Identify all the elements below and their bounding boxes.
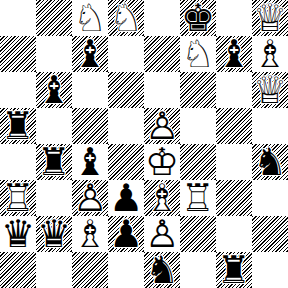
square-g1[interactable]: ♜♜ xyxy=(216,252,252,288)
square-b1[interactable] xyxy=(36,252,72,288)
square-e8[interactable] xyxy=(144,0,180,36)
piece-white-underlay: ♚ xyxy=(180,0,216,36)
piece-glyph: ♔ xyxy=(144,144,180,180)
piece-glyph: ♛ xyxy=(36,216,72,252)
square-h6[interactable]: ♛♕ xyxy=(252,72,288,108)
piece-white-king-e4[interactable]: ♚♔ xyxy=(144,144,180,180)
square-a3[interactable]: ♜♖ xyxy=(0,180,36,216)
square-e1[interactable]: ♞♞ xyxy=(144,252,180,288)
square-a5[interactable]: ♜♜ xyxy=(0,108,36,144)
piece-white-underlay: ♞ xyxy=(108,0,144,36)
piece-white-underlay: ♝ xyxy=(144,180,180,216)
square-c6[interactable] xyxy=(72,72,108,108)
piece-white-underlay: ♟ xyxy=(144,216,180,252)
piece-black-bishop-b6[interactable]: ♝♝ xyxy=(36,72,72,108)
square-c3[interactable]: ♟♙ xyxy=(72,180,108,216)
square-f1[interactable] xyxy=(180,252,216,288)
piece-white-underlay: ♝ xyxy=(36,72,72,108)
square-a1[interactable] xyxy=(0,252,36,288)
square-e3[interactable]: ♝♗ xyxy=(144,180,180,216)
piece-glyph: ♗ xyxy=(72,216,108,252)
piece-glyph: ♜ xyxy=(216,252,252,288)
square-f5[interactable] xyxy=(180,108,216,144)
square-b4[interactable]: ♜♜ xyxy=(36,144,72,180)
piece-glyph: ♝ xyxy=(36,72,72,108)
piece-white-underlay: ♚ xyxy=(144,144,180,180)
piece-white-underlay: ♞ xyxy=(144,252,180,288)
square-h1[interactable] xyxy=(252,252,288,288)
square-g5[interactable] xyxy=(216,108,252,144)
piece-black-bishop-c7[interactable]: ♝♝ xyxy=(72,36,108,72)
square-c8[interactable]: ♞♘ xyxy=(72,0,108,36)
square-f2[interactable] xyxy=(180,216,216,252)
piece-white-underlay: ♛ xyxy=(252,0,288,36)
piece-white-underlay: ♟ xyxy=(108,180,144,216)
piece-white-underlay: ♞ xyxy=(180,36,216,72)
square-d8[interactable]: ♞♘ xyxy=(108,0,144,36)
piece-white-bishop-e3[interactable]: ♝♗ xyxy=(144,180,180,216)
piece-glyph: ♜ xyxy=(36,144,72,180)
square-e6[interactable] xyxy=(144,72,180,108)
piece-white-pawn-c3[interactable]: ♟♙ xyxy=(72,180,108,216)
piece-white-underlay: ♝ xyxy=(252,36,288,72)
piece-white-pawn-e2[interactable]: ♟♙ xyxy=(144,216,180,252)
piece-black-queen-b2[interactable]: ♛♛ xyxy=(36,216,72,252)
piece-black-bishop-c4[interactable]: ♝♝ xyxy=(72,144,108,180)
square-h5[interactable] xyxy=(252,108,288,144)
square-e5[interactable]: ♟♙ xyxy=(144,108,180,144)
piece-white-underlay: ♝ xyxy=(216,36,252,72)
piece-white-underlay: ♝ xyxy=(72,216,108,252)
piece-black-knight-h4[interactable]: ♞♞ xyxy=(252,144,288,180)
piece-glyph: ♕ xyxy=(252,0,288,36)
piece-glyph: ♙ xyxy=(144,216,180,252)
piece-white-underlay: ♟ xyxy=(144,108,180,144)
piece-white-underlay: ♜ xyxy=(36,144,72,180)
square-c2[interactable]: ♝♗ xyxy=(72,216,108,252)
piece-white-knight-f7[interactable]: ♞♘ xyxy=(180,36,216,72)
piece-black-bishop-g7[interactable]: ♝♝ xyxy=(216,36,252,72)
square-b5[interactable] xyxy=(36,108,72,144)
square-d5[interactable] xyxy=(108,108,144,144)
square-a8[interactable] xyxy=(0,0,36,36)
piece-glyph: ♝ xyxy=(72,36,108,72)
square-c7[interactable]: ♝♝ xyxy=(72,36,108,72)
piece-white-underlay: ♟ xyxy=(72,180,108,216)
square-g4[interactable] xyxy=(216,144,252,180)
piece-black-rook-a5[interactable]: ♜♜ xyxy=(0,108,36,144)
square-f4[interactable] xyxy=(180,144,216,180)
square-h3[interactable] xyxy=(252,180,288,216)
piece-white-queen-h8[interactable]: ♛♕ xyxy=(252,0,288,36)
piece-glyph: ♙ xyxy=(72,180,108,216)
piece-white-underlay: ♞ xyxy=(72,0,108,36)
square-d4[interactable] xyxy=(108,144,144,180)
piece-black-knight-e1[interactable]: ♞♞ xyxy=(144,252,180,288)
piece-glyph: ♖ xyxy=(0,180,36,216)
square-f8[interactable]: ♚♚ xyxy=(180,0,216,36)
piece-glyph: ♝ xyxy=(72,144,108,180)
piece-black-queen-a2[interactable]: ♛♛ xyxy=(0,216,36,252)
square-e4[interactable]: ♚♔ xyxy=(144,144,180,180)
piece-white-queen-h6[interactable]: ♛♕ xyxy=(252,72,288,108)
piece-glyph: ♗ xyxy=(252,36,288,72)
piece-white-underlay: ♛ xyxy=(36,216,72,252)
square-g2[interactable] xyxy=(216,216,252,252)
piece-glyph: ♙ xyxy=(144,108,180,144)
piece-glyph: ♕ xyxy=(252,72,288,108)
square-g3[interactable] xyxy=(216,180,252,216)
square-e7[interactable] xyxy=(144,36,180,72)
square-d7[interactable] xyxy=(108,36,144,72)
square-h7[interactable]: ♝♗ xyxy=(252,36,288,72)
piece-glyph: ♛ xyxy=(0,216,36,252)
piece-black-pawn-d2[interactable]: ♟♟ xyxy=(108,216,144,252)
piece-white-rook-a3[interactable]: ♜♖ xyxy=(0,180,36,216)
square-b8[interactable] xyxy=(36,0,72,36)
piece-white-underlay: ♝ xyxy=(72,144,108,180)
piece-white-knight-c8[interactable]: ♞♘ xyxy=(72,0,108,36)
square-d2[interactable]: ♟♟ xyxy=(108,216,144,252)
square-a7[interactable] xyxy=(0,36,36,72)
piece-glyph: ♜ xyxy=(0,108,36,144)
square-f6[interactable] xyxy=(180,72,216,108)
square-d1[interactable] xyxy=(108,252,144,288)
piece-black-rook-g1[interactable]: ♜♜ xyxy=(216,252,252,288)
square-g6[interactable] xyxy=(216,72,252,108)
square-c4[interactable]: ♝♝ xyxy=(72,144,108,180)
square-g7[interactable]: ♝♝ xyxy=(216,36,252,72)
piece-glyph: ♝ xyxy=(216,36,252,72)
piece-white-underlay: ♜ xyxy=(0,108,36,144)
piece-white-knight-d8[interactable]: ♞♘ xyxy=(108,0,144,36)
square-a2[interactable]: ♛♛ xyxy=(0,216,36,252)
piece-glyph: ♞ xyxy=(252,144,288,180)
piece-glyph: ♘ xyxy=(72,0,108,36)
square-d6[interactable] xyxy=(108,72,144,108)
square-g8[interactable] xyxy=(216,0,252,36)
square-b3[interactable] xyxy=(36,180,72,216)
piece-white-bishop-c2[interactable]: ♝♗ xyxy=(72,216,108,252)
square-d3[interactable]: ♟♟ xyxy=(108,180,144,216)
square-e2[interactable]: ♟♙ xyxy=(144,216,180,252)
piece-glyph: ♘ xyxy=(180,36,216,72)
piece-white-underlay: ♜ xyxy=(216,252,252,288)
piece-glyph: ♞ xyxy=(144,252,180,288)
piece-white-underlay: ♛ xyxy=(0,216,36,252)
piece-white-underlay: ♟ xyxy=(108,216,144,252)
piece-white-underlay: ♞ xyxy=(252,144,288,180)
square-b6[interactable]: ♝♝ xyxy=(36,72,72,108)
square-c1[interactable] xyxy=(72,252,108,288)
piece-white-rook-f3[interactable]: ♜♖ xyxy=(180,180,216,216)
piece-white-bishop-h7[interactable]: ♝♗ xyxy=(252,36,288,72)
square-c5[interactable] xyxy=(72,108,108,144)
piece-glyph: ♗ xyxy=(144,180,180,216)
piece-black-rook-b4[interactable]: ♜♜ xyxy=(36,144,72,180)
piece-glyph: ♟ xyxy=(108,180,144,216)
chess-board: ♞♘♞♘♚♚♛♕♝♝♞♘♝♝♝♗♝♝♛♕♜♜♟♙♜♜♝♝♚♔♞♞♜♖♟♙♟♟♝♗… xyxy=(0,0,288,288)
square-h2[interactable] xyxy=(252,216,288,252)
piece-glyph: ♖ xyxy=(180,180,216,216)
piece-glyph: ♟ xyxy=(108,216,144,252)
piece-white-underlay: ♜ xyxy=(0,180,36,216)
piece-white-underlay: ♜ xyxy=(180,180,216,216)
square-a4[interactable] xyxy=(0,144,36,180)
square-a6[interactable] xyxy=(0,72,36,108)
piece-white-underlay: ♝ xyxy=(72,36,108,72)
piece-white-pawn-e5[interactable]: ♟♙ xyxy=(144,108,180,144)
piece-black-pawn-d3[interactable]: ♟♟ xyxy=(108,180,144,216)
piece-black-king-f8[interactable]: ♚♚ xyxy=(180,0,216,36)
piece-white-underlay: ♛ xyxy=(252,72,288,108)
square-f7[interactable]: ♞♘ xyxy=(180,36,216,72)
square-b2[interactable]: ♛♛ xyxy=(36,216,72,252)
square-f3[interactable]: ♜♖ xyxy=(180,180,216,216)
piece-glyph: ♚ xyxy=(180,0,216,36)
square-b7[interactable] xyxy=(36,36,72,72)
square-h4[interactable]: ♞♞ xyxy=(252,144,288,180)
piece-glyph: ♘ xyxy=(108,0,144,36)
square-h8[interactable]: ♛♕ xyxy=(252,0,288,36)
